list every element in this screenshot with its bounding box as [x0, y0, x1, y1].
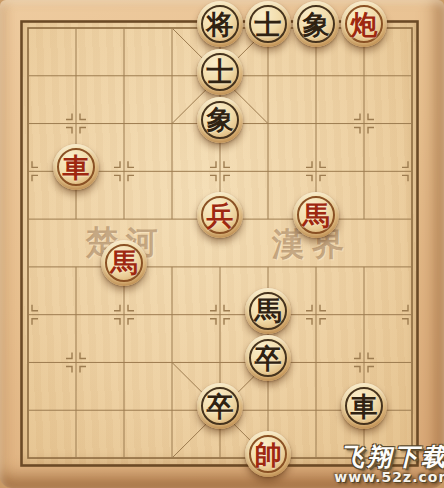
piece-glyph: 卒: [207, 393, 234, 420]
piece-black-elephant[interactable]: 象: [293, 1, 339, 47]
piece-red-horse[interactable]: 馬: [293, 192, 339, 238]
piece-black-soldier[interactable]: 卒: [245, 335, 291, 381]
piece-glyph: 象: [303, 11, 330, 38]
xiangqi-board[interactable]: 楚河 漢界 将士象炮士象車兵馬馬馬卒卒車帥 飞翔下载 www.52z.com: [0, 0, 444, 488]
piece-black-general[interactable]: 将: [197, 1, 243, 47]
watermark: 飞翔下载 www.52z.com: [334, 445, 444, 485]
piece-black-chariot[interactable]: 車: [341, 383, 387, 429]
piece-glyph: 士: [255, 11, 282, 38]
piece-black-soldier[interactable]: 卒: [197, 383, 243, 429]
pieces-layer: 将士象炮士象車兵馬馬馬卒卒車帥: [0, 0, 444, 488]
piece-red-general[interactable]: 帥: [245, 431, 291, 477]
piece-black-advisor[interactable]: 士: [245, 1, 291, 47]
watermark-url: www.52z.com: [334, 470, 444, 485]
piece-red-chariot[interactable]: 車: [53, 144, 99, 190]
piece-glyph: 士: [207, 58, 234, 85]
piece-glyph: 馬: [111, 249, 138, 276]
piece-glyph: 将: [207, 11, 234, 38]
piece-glyph: 車: [351, 393, 378, 420]
piece-glyph: 馬: [303, 202, 330, 229]
piece-red-cannon[interactable]: 炮: [341, 1, 387, 47]
piece-glyph: 卒: [255, 345, 282, 372]
piece-glyph: 象: [207, 106, 234, 133]
piece-glyph: 馬: [255, 297, 282, 324]
piece-glyph: 帥: [255, 441, 282, 468]
watermark-title: 飞翔下载: [334, 445, 444, 470]
piece-red-horse[interactable]: 馬: [101, 240, 147, 286]
piece-glyph: 兵: [207, 202, 234, 229]
piece-glyph: 車: [63, 154, 90, 181]
piece-red-soldier[interactable]: 兵: [197, 192, 243, 238]
piece-black-advisor[interactable]: 士: [197, 49, 243, 95]
piece-black-horse[interactable]: 馬: [245, 288, 291, 334]
piece-black-elephant[interactable]: 象: [197, 97, 243, 143]
piece-glyph: 炮: [351, 11, 378, 38]
